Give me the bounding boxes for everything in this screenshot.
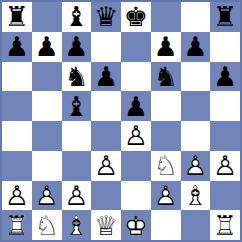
square-a3[interactable]: [2, 151, 32, 181]
square-b6[interactable]: [32, 62, 62, 92]
piece-white-pawn: ♙: [210, 151, 240, 181]
square-b7[interactable]: ♟: [32, 32, 62, 62]
square-h4[interactable]: [210, 121, 240, 151]
square-a5[interactable]: [2, 91, 32, 121]
piece-black-pawn: ♟: [91, 62, 121, 92]
piece-white-bishop: ♗: [62, 210, 92, 240]
square-e8[interactable]: ♚: [121, 2, 151, 32]
square-f1[interactable]: [151, 210, 181, 240]
piece-black-pawn: ♟: [32, 32, 62, 62]
square-g4[interactable]: [181, 121, 211, 151]
piece-white-pawn: ♙: [181, 151, 211, 181]
square-c6[interactable]: ♞: [62, 62, 92, 92]
square-c3[interactable]: [62, 151, 92, 181]
square-c7[interactable]: ♟: [62, 32, 92, 62]
piece-black-king: ♚: [121, 2, 151, 32]
square-c1[interactable]: ♝♗: [62, 210, 92, 240]
square-e4[interactable]: ♟♙: [121, 121, 151, 151]
square-e6[interactable]: [121, 62, 151, 92]
square-g5[interactable]: [181, 91, 211, 121]
square-a6[interactable]: [2, 62, 32, 92]
square-f8[interactable]: [151, 2, 181, 32]
square-c5[interactable]: ♝: [62, 91, 92, 121]
piece-black-bishop: ♝: [62, 91, 92, 121]
chess-board: ♜♝♛♚♜♟♟♟♟♟♞♟♞♟♝♟♟♙♟♙♞♘♟♙♟♙♟♙♟♙♟♙♟♙♝♗♜♖♞♘…: [0, 0, 242, 242]
piece-white-rook: ♖: [2, 210, 32, 240]
piece-white-pawn: ♙: [32, 181, 62, 211]
square-f7[interactable]: ♟: [151, 32, 181, 62]
piece-black-pawn: ♟: [151, 32, 181, 62]
square-g7[interactable]: ♟: [181, 32, 211, 62]
piece-white-knight: ♘: [32, 210, 62, 240]
square-a8[interactable]: ♜: [2, 2, 32, 32]
square-f4[interactable]: [151, 121, 181, 151]
square-h3[interactable]: ♟♙: [210, 151, 240, 181]
square-h1[interactable]: ♜♖: [210, 210, 240, 240]
square-e2[interactable]: [121, 181, 151, 211]
square-g8[interactable]: [181, 2, 211, 32]
piece-white-rook: ♖: [210, 210, 240, 240]
square-b5[interactable]: [32, 91, 62, 121]
square-f3[interactable]: ♞♘: [151, 151, 181, 181]
piece-white-pawn: ♙: [151, 181, 181, 211]
square-g3[interactable]: ♟♙: [181, 151, 211, 181]
piece-black-pawn: ♟: [2, 32, 32, 62]
square-b2[interactable]: ♟♙: [32, 181, 62, 211]
square-d2[interactable]: [91, 181, 121, 211]
square-b8[interactable]: [32, 2, 62, 32]
square-c2[interactable]: ♟♙: [62, 181, 92, 211]
piece-black-pawn: ♟: [121, 91, 151, 121]
square-e7[interactable]: [121, 32, 151, 62]
square-d3[interactable]: ♟♙: [91, 151, 121, 181]
square-d7[interactable]: [91, 32, 121, 62]
piece-white-pawn: ♙: [91, 151, 121, 181]
square-b3[interactable]: [32, 151, 62, 181]
square-g2[interactable]: ♝♗: [181, 181, 211, 211]
piece-black-pawn: ♟: [62, 32, 92, 62]
square-h5[interactable]: [210, 91, 240, 121]
piece-black-pawn: ♟: [210, 62, 240, 92]
piece-black-knight: ♞: [62, 62, 92, 92]
piece-white-bishop: ♗: [181, 181, 211, 211]
piece-white-pawn: ♙: [62, 181, 92, 211]
square-c4[interactable]: [62, 121, 92, 151]
square-f2[interactable]: ♟♙: [151, 181, 181, 211]
piece-white-king: ♔: [121, 210, 151, 240]
square-b1[interactable]: ♞♘: [32, 210, 62, 240]
square-b4[interactable]: [32, 121, 62, 151]
square-e1[interactable]: ♚♔: [121, 210, 151, 240]
piece-white-pawn: ♙: [2, 181, 32, 211]
piece-white-pawn: ♙: [121, 121, 151, 151]
square-h2[interactable]: [210, 181, 240, 211]
square-a2[interactable]: ♟♙: [2, 181, 32, 211]
piece-black-pawn: ♟: [181, 32, 211, 62]
square-f5[interactable]: [151, 91, 181, 121]
piece-black-rook: ♜: [2, 2, 32, 32]
square-d6[interactable]: ♟: [91, 62, 121, 92]
piece-white-queen: ♕: [91, 210, 121, 240]
square-d5[interactable]: [91, 91, 121, 121]
piece-black-rook: ♜: [210, 2, 240, 32]
square-f6[interactable]: ♞: [151, 62, 181, 92]
square-h7[interactable]: [210, 32, 240, 62]
square-h8[interactable]: ♜: [210, 2, 240, 32]
square-a4[interactable]: [2, 121, 32, 151]
piece-black-queen: ♛: [91, 2, 121, 32]
square-d8[interactable]: ♛: [91, 2, 121, 32]
piece-black-bishop: ♝: [62, 2, 92, 32]
square-g1[interactable]: [181, 210, 211, 240]
square-h6[interactable]: ♟: [210, 62, 240, 92]
piece-white-knight: ♘: [151, 151, 181, 181]
square-e3[interactable]: [121, 151, 151, 181]
square-g6[interactable]: [181, 62, 211, 92]
square-a7[interactable]: ♟: [2, 32, 32, 62]
square-c8[interactable]: ♝: [62, 2, 92, 32]
piece-black-knight: ♞: [151, 62, 181, 92]
square-d4[interactable]: [91, 121, 121, 151]
square-d1[interactable]: ♛♕: [91, 210, 121, 240]
square-a1[interactable]: ♜♖: [2, 210, 32, 240]
square-e5[interactable]: ♟: [121, 91, 151, 121]
